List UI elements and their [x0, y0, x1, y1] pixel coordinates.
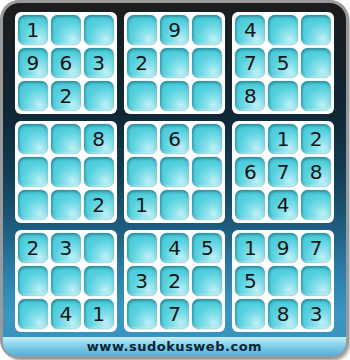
cell-r1c4[interactable] — [127, 15, 157, 45]
cell-r3c6[interactable] — [192, 81, 222, 111]
cell-r1c3[interactable] — [84, 15, 114, 45]
cell-r5c7[interactable]: 6 — [235, 157, 265, 187]
cell-r7c5[interactable]: 4 — [160, 233, 190, 263]
box-1-2: 92 — [124, 12, 226, 114]
cell-r5c8[interactable]: 7 — [268, 157, 298, 187]
sudoku-page: 196329247588261126784234145327197583 www… — [0, 0, 350, 360]
cell-r5c4[interactable] — [127, 157, 157, 187]
sudoku-board: 196329247588261126784234145327197583 www… — [3, 3, 346, 356]
cell-r5c3[interactable] — [84, 157, 114, 187]
cell-r4c8[interactable]: 1 — [268, 124, 298, 154]
cell-r4c6[interactable] — [192, 124, 222, 154]
cell-r3c5[interactable] — [160, 81, 190, 111]
cell-r2c4[interactable]: 2 — [127, 48, 157, 78]
cell-r3c9[interactable] — [301, 81, 331, 111]
cell-r8c8[interactable] — [268, 266, 298, 296]
cell-r7c2[interactable]: 3 — [51, 233, 81, 263]
cell-r2c1[interactable]: 9 — [18, 48, 48, 78]
cell-r6c2[interactable] — [51, 190, 81, 220]
cell-r1c6[interactable] — [192, 15, 222, 45]
cell-r2c7[interactable]: 7 — [235, 48, 265, 78]
box-2-3: 126784 — [232, 121, 334, 223]
box-3-2: 45327 — [124, 230, 226, 332]
cell-r7c9[interactable]: 7 — [301, 233, 331, 263]
cell-r7c8[interactable]: 9 — [268, 233, 298, 263]
cell-r6c9[interactable] — [301, 190, 331, 220]
cell-r7c3[interactable] — [84, 233, 114, 263]
cell-r4c7[interactable] — [235, 124, 265, 154]
cell-r4c9[interactable]: 2 — [301, 124, 331, 154]
cell-r8c2[interactable] — [51, 266, 81, 296]
cell-r9c3[interactable]: 1 — [84, 299, 114, 329]
box-3-3: 197583 — [232, 230, 334, 332]
cell-r5c6[interactable] — [192, 157, 222, 187]
cell-r2c3[interactable]: 3 — [84, 48, 114, 78]
cell-r9c2[interactable]: 4 — [51, 299, 81, 329]
cell-r8c9[interactable] — [301, 266, 331, 296]
cell-r7c1[interactable]: 2 — [18, 233, 48, 263]
cell-r7c6[interactable]: 5 — [192, 233, 222, 263]
cell-r6c4[interactable]: 1 — [127, 190, 157, 220]
cell-r1c9[interactable] — [301, 15, 331, 45]
cell-r4c1[interactable] — [18, 124, 48, 154]
cell-r4c5[interactable]: 6 — [160, 124, 190, 154]
cell-r3c4[interactable] — [127, 81, 157, 111]
cell-r1c8[interactable] — [268, 15, 298, 45]
cell-r8c4[interactable]: 3 — [127, 266, 157, 296]
box-3-1: 2341 — [15, 230, 117, 332]
cell-r6c8[interactable]: 4 — [268, 190, 298, 220]
cell-r6c3[interactable]: 2 — [84, 190, 114, 220]
cell-r8c7[interactable]: 5 — [235, 266, 265, 296]
sudoku-grid: 196329247588261126784234145327197583 — [3, 3, 346, 337]
cell-r5c2[interactable] — [51, 157, 81, 187]
box-1-3: 4758 — [232, 12, 334, 114]
cell-r8c6[interactable] — [192, 266, 222, 296]
box-1-1: 19632 — [15, 12, 117, 114]
cell-r1c1[interactable]: 1 — [18, 15, 48, 45]
cell-r6c1[interactable] — [18, 190, 48, 220]
cell-r2c8[interactable]: 5 — [268, 48, 298, 78]
cell-r1c5[interactable]: 9 — [160, 15, 190, 45]
cell-r6c7[interactable] — [235, 190, 265, 220]
cell-r9c1[interactable] — [18, 299, 48, 329]
cell-r2c5[interactable] — [160, 48, 190, 78]
cell-r3c7[interactable]: 8 — [235, 81, 265, 111]
cell-r7c7[interactable]: 1 — [235, 233, 265, 263]
cell-r9c6[interactable] — [192, 299, 222, 329]
cell-r6c6[interactable] — [192, 190, 222, 220]
footer-bar: www.sudokusweb.com — [3, 337, 346, 356]
cell-r3c2[interactable]: 2 — [51, 81, 81, 111]
cell-r8c3[interactable] — [84, 266, 114, 296]
cell-r4c4[interactable] — [127, 124, 157, 154]
cell-r4c3[interactable]: 8 — [84, 124, 114, 154]
site-link[interactable]: www.sudokusweb.com — [87, 339, 262, 354]
cell-r5c5[interactable] — [160, 157, 190, 187]
cell-r3c3[interactable] — [84, 81, 114, 111]
cell-r9c4[interactable] — [127, 299, 157, 329]
cell-r9c5[interactable]: 7 — [160, 299, 190, 329]
cell-r2c9[interactable] — [301, 48, 331, 78]
cell-r2c6[interactable] — [192, 48, 222, 78]
cell-r1c7[interactable]: 4 — [235, 15, 265, 45]
cell-r5c9[interactable]: 8 — [301, 157, 331, 187]
box-2-2: 61 — [124, 121, 226, 223]
cell-r1c2[interactable] — [51, 15, 81, 45]
cell-r6c5[interactable] — [160, 190, 190, 220]
cell-r3c1[interactable] — [18, 81, 48, 111]
cell-r4c2[interactable] — [51, 124, 81, 154]
cell-r5c1[interactable] — [18, 157, 48, 187]
cell-r9c8[interactable]: 8 — [268, 299, 298, 329]
cell-r9c9[interactable]: 3 — [301, 299, 331, 329]
cell-r2c2[interactable]: 6 — [51, 48, 81, 78]
cell-r7c4[interactable] — [127, 233, 157, 263]
box-2-1: 82 — [15, 121, 117, 223]
cell-r8c1[interactable] — [18, 266, 48, 296]
cell-r3c8[interactable] — [268, 81, 298, 111]
cell-r8c5[interactable]: 2 — [160, 266, 190, 296]
cell-r9c7[interactable] — [235, 299, 265, 329]
